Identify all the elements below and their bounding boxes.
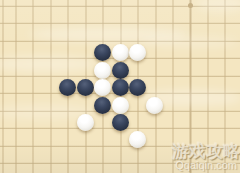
board-cell[interactable] [146,9,163,26]
board-cell[interactable] [77,79,94,96]
board-cell[interactable] [111,44,128,61]
board-cell[interactable] [181,61,198,78]
board-cell[interactable] [199,44,216,61]
board-cell[interactable] [129,131,146,148]
board-cell[interactable] [181,44,198,61]
board-cell[interactable] [24,114,41,131]
black-stone [112,62,129,79]
board-cell[interactable] [77,44,94,61]
board-cell[interactable] [7,114,24,131]
board-cell[interactable] [164,61,181,78]
board-cell[interactable] [24,27,41,44]
white-stone [77,114,94,131]
board-cell[interactable] [94,9,111,26]
board-cell[interactable] [111,9,128,26]
board-cell[interactable] [181,0,198,9]
board-cell[interactable] [216,96,233,113]
board-cell[interactable] [146,96,163,113]
board-cell[interactable] [42,79,59,96]
black-stone [94,97,111,114]
board-cell[interactable] [164,9,181,26]
gomoku-board-screen: 游戏攻略 Qqaiqin.com [0,0,240,173]
board-cell[interactable] [216,9,233,26]
board-cell[interactable] [216,114,233,131]
board-cell[interactable] [199,9,216,26]
board-cell[interactable] [94,114,111,131]
board-cell[interactable] [216,61,233,78]
board-cell[interactable] [77,131,94,148]
board-cell[interactable] [129,9,146,26]
white-stone [129,131,146,148]
board-cell[interactable] [94,0,111,9]
board-cell[interactable] [94,96,111,113]
white-stone [129,44,146,61]
board-cell[interactable] [181,96,198,113]
board-cell[interactable] [199,96,216,113]
board-cell[interactable] [199,79,216,96]
board-cell[interactable] [42,44,59,61]
board-cell[interactable] [146,44,163,61]
board-cell[interactable] [77,149,94,166]
board-cell[interactable] [129,96,146,113]
board-cell[interactable] [111,27,128,44]
board-cell[interactable] [77,114,94,131]
board-cell[interactable] [7,9,24,26]
board-cell[interactable] [59,131,76,148]
board-cell[interactable] [59,61,76,78]
board-cell[interactable] [164,79,181,96]
board-cell[interactable] [111,96,128,113]
white-stone [112,97,129,114]
board-cell[interactable] [146,149,163,166]
black-stone [129,79,146,96]
board-cell[interactable] [111,149,128,166]
board-cell[interactable] [7,96,24,113]
board-cell[interactable] [42,149,59,166]
board-cell[interactable] [59,44,76,61]
board-cell[interactable] [59,79,76,96]
board-cell[interactable] [181,79,198,96]
white-stone [94,79,111,96]
board-cell[interactable] [181,114,198,131]
board-cell[interactable] [216,27,233,44]
board-cell[interactable] [129,114,146,131]
board-cell[interactable] [181,27,198,44]
board-cell[interactable] [7,0,24,9]
board-cell[interactable] [94,27,111,44]
white-stone [94,62,111,79]
board-cell[interactable] [7,27,24,44]
board-cell[interactable] [129,61,146,78]
board-cell[interactable] [111,0,128,9]
board-cell[interactable] [94,149,111,166]
board-cell[interactable] [94,44,111,61]
board-cell[interactable] [146,61,163,78]
board-cell[interactable] [59,114,76,131]
board-cell[interactable] [7,79,24,96]
board-cell[interactable] [7,44,24,61]
black-stone [77,79,94,96]
board-cell[interactable] [111,131,128,148]
board-cell[interactable] [146,131,163,148]
board-cell[interactable] [59,149,76,166]
board-cell[interactable] [42,114,59,131]
board-cell[interactable] [7,131,24,148]
board-cell[interactable] [7,61,24,78]
board-cell[interactable] [164,96,181,113]
board-cell[interactable] [59,96,76,113]
board-cell[interactable] [146,79,163,96]
board-cell[interactable] [24,149,41,166]
board-cell[interactable] [24,61,41,78]
board-cell[interactable] [199,0,216,9]
black-stone [112,114,129,131]
board-cell[interactable] [129,0,146,9]
board-cell[interactable] [42,27,59,44]
board-cell[interactable] [216,44,233,61]
board-cell[interactable] [24,44,41,61]
board-cell[interactable] [216,79,233,96]
board-cell[interactable] [42,61,59,78]
board-cell[interactable] [181,9,198,26]
board-cell[interactable] [24,79,41,96]
board-cell[interactable] [59,0,76,9]
white-stone [112,44,129,61]
board-cell[interactable] [111,114,128,131]
board-cell[interactable] [111,79,128,96]
watermark-title: 游戏攻略 [172,143,240,160]
black-stone [94,44,111,61]
board-cell[interactable] [24,0,41,9]
board-cell[interactable] [94,79,111,96]
board-cell[interactable] [164,44,181,61]
board-cell[interactable] [164,0,181,9]
board-cell[interactable] [199,61,216,78]
white-stone [146,97,163,114]
board-cell[interactable] [42,96,59,113]
board-cell[interactable] [42,9,59,26]
board-cell[interactable] [24,96,41,113]
board-cell[interactable] [164,114,181,131]
board-cell[interactable] [129,44,146,61]
board-cell[interactable] [146,114,163,131]
board-cell[interactable] [7,149,24,166]
board-cell[interactable] [129,79,146,96]
board-cell[interactable] [94,131,111,148]
board-cell[interactable] [77,0,94,9]
board-cell[interactable] [146,27,163,44]
board-cell[interactable] [164,27,181,44]
board-cell[interactable] [199,114,216,131]
black-stone [59,79,76,96]
board-cell[interactable] [77,96,94,113]
board-cell[interactable] [216,0,233,9]
board-cell[interactable] [42,0,59,9]
board-cell[interactable] [77,61,94,78]
board-cell[interactable] [59,27,76,44]
board-cell[interactable] [129,149,146,166]
board-cell[interactable] [146,0,163,9]
board-cell[interactable] [24,131,41,148]
board-cell[interactable] [111,61,128,78]
board-cell[interactable] [94,61,111,78]
board-cell[interactable] [42,131,59,148]
board-cell[interactable] [24,9,41,26]
board-cell[interactable] [77,9,94,26]
black-stone [112,79,129,96]
board-cell[interactable] [199,27,216,44]
board-cell[interactable] [77,27,94,44]
board-cell[interactable] [129,27,146,44]
board-cell[interactable] [59,9,76,26]
watermark-site: Qqaiqin.com [175,160,237,171]
